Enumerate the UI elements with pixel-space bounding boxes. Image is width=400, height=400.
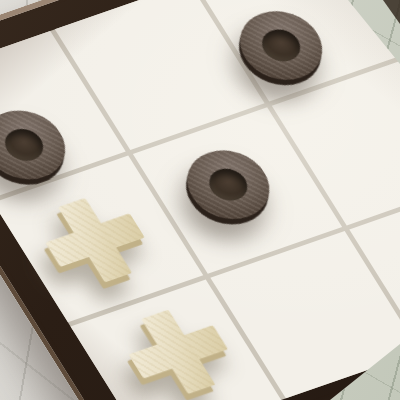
product-photo-scene	[0, 0, 400, 400]
board-perspective-wrap	[0, 0, 400, 400]
